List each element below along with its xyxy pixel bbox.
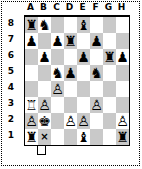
- square-b2: ♚: [38, 113, 51, 129]
- square-f8: [90, 17, 103, 33]
- square-c1: [51, 129, 64, 145]
- white-pawn-e2: ♙: [77, 113, 90, 129]
- rank-label-4: 4: [5, 79, 17, 95]
- black-pawn-b6: ♟: [38, 49, 51, 65]
- square-h6: ♟: [116, 49, 129, 65]
- white-pawn-d2: ♙: [64, 113, 77, 129]
- square-e3: [77, 97, 90, 113]
- square-b3: ♙: [38, 97, 51, 113]
- white-pawn-c4: ♙: [51, 81, 64, 97]
- square-d8: [64, 17, 77, 33]
- file-label-a: A: [24, 2, 37, 13]
- black-knight-c5: ♞: [51, 65, 64, 81]
- white-pawn-f3: ♙: [90, 97, 103, 113]
- chess-board: ♜♞♝♟♟♜♟♟♟♜♟♞♟♞♙♖♙♙♙♚♙♙♙♜×♝♜: [24, 15, 130, 146]
- black-rook-d7: ♜: [64, 33, 77, 49]
- square-c6: [51, 49, 64, 65]
- square-d4: [64, 81, 77, 97]
- square-c4: ♙: [51, 81, 64, 97]
- white-pawn-b3: ♙: [38, 97, 51, 113]
- square-f2: [90, 113, 103, 129]
- square-b1: ×: [38, 129, 51, 145]
- square-g6: ♜: [103, 49, 116, 65]
- square-g5: [103, 65, 116, 81]
- square-b8: ♞: [38, 17, 51, 33]
- square-d6: [64, 49, 77, 65]
- black-bishop-e1: ♝: [77, 129, 90, 145]
- square-c8: [51, 17, 64, 33]
- black-rook-a1: ♜: [25, 129, 38, 145]
- rank-label-7: 7: [5, 31, 17, 47]
- square-d5: ♟: [64, 65, 77, 81]
- black-rook-g6: ♜: [103, 49, 116, 65]
- file-label-e: E: [76, 2, 89, 13]
- square-d1: [64, 129, 77, 145]
- black-pawn-d5: ♟: [64, 65, 77, 81]
- black-knight-f5: ♞: [90, 65, 103, 81]
- square-a4: [25, 81, 38, 97]
- square-b5: [38, 65, 51, 81]
- square-g4: [103, 81, 116, 97]
- square-c5: ♞: [51, 65, 64, 81]
- white-rook-a3: ♖: [25, 97, 38, 113]
- black-pawn-h6: ♟: [116, 49, 129, 65]
- rank-label-2: 2: [5, 111, 17, 127]
- square-f7: ♟: [90, 33, 103, 49]
- square-e4: [77, 81, 90, 97]
- square-c7: ♟: [51, 33, 64, 49]
- black-bishop-e8: ♝: [77, 17, 90, 33]
- square-a3: ♖: [25, 97, 38, 113]
- square-b4: [38, 81, 51, 97]
- square-e2: ♙: [77, 113, 90, 129]
- black-rook-a8: ♜: [25, 17, 38, 33]
- square-d2: ♙: [64, 113, 77, 129]
- square-c2: [51, 113, 64, 129]
- square-a8: ♜: [25, 17, 38, 33]
- square-d3: [64, 97, 77, 113]
- square-g2: [103, 113, 116, 129]
- file-label-c: C: [50, 2, 63, 13]
- square-h7: [116, 33, 129, 49]
- square-e7: [77, 33, 90, 49]
- square-f4: [90, 81, 103, 97]
- square-f1: [90, 129, 103, 145]
- square-h2: ♙: [116, 113, 129, 129]
- file-labels: ABCDEFGH: [24, 2, 128, 13]
- rank-label-3: 3: [5, 95, 17, 111]
- rank-labels: 87654321: [5, 15, 17, 143]
- square-a5: [25, 65, 38, 81]
- square-a7: ♟: [25, 33, 38, 49]
- square-g8: [103, 17, 116, 33]
- chess-diagram: ABCDEFGH 87654321 ♜♞♝♟♟♜♟♟♟♜♟♞♟♞♙♖♙♙♙♚♙♙…: [0, 0, 142, 169]
- rank-label-5: 5: [5, 63, 17, 79]
- black-pawn-e6: ♟: [77, 49, 90, 65]
- square-a2: ♙: [25, 113, 38, 129]
- file-label-h: H: [115, 2, 128, 13]
- square-h1: ♜: [116, 129, 129, 145]
- file-label-b: B: [37, 2, 50, 13]
- square-b7: [38, 33, 51, 49]
- file-label-d: D: [63, 2, 76, 13]
- black-pawn-a7: ♟: [25, 33, 38, 49]
- square-h3: [116, 97, 129, 113]
- white-pawn-a2: ♙: [25, 113, 38, 129]
- square-f3: ♙: [90, 97, 103, 113]
- square-e1: ♝: [77, 129, 90, 145]
- square-g3: [103, 97, 116, 113]
- black-rook-h1: ♜: [116, 129, 129, 145]
- black-king-b2: ♚: [38, 113, 51, 129]
- square-e8: ♝: [77, 17, 90, 33]
- square-h5: [116, 65, 129, 81]
- square-b6: ♟: [38, 49, 51, 65]
- rank-label-1: 1: [5, 127, 17, 143]
- open-square-symbol: [37, 146, 46, 155]
- square-f6: [90, 49, 103, 65]
- file-label-g: G: [102, 2, 115, 13]
- square-f5: ♞: [90, 65, 103, 81]
- square-e6: ♟: [77, 49, 90, 65]
- square-d7: ♜: [64, 33, 77, 49]
- square-e5: [77, 65, 90, 81]
- black-pawn-f7: ♟: [90, 33, 103, 49]
- rank-label-6: 6: [5, 47, 17, 63]
- target-square-marker: ×: [38, 129, 51, 145]
- rank-label-8: 8: [5, 15, 17, 31]
- white-pawn-h2: ♙: [116, 113, 129, 129]
- square-a1: ♜: [25, 129, 38, 145]
- square-h4: [116, 81, 129, 97]
- black-pawn-c7: ♟: [51, 33, 64, 49]
- square-h8: [116, 17, 129, 33]
- black-knight-b8: ♞: [38, 17, 51, 33]
- square-a6: [25, 49, 38, 65]
- file-label-f: F: [89, 2, 102, 13]
- square-c3: [51, 97, 64, 113]
- square-g7: [103, 33, 116, 49]
- square-g1: [103, 129, 116, 145]
